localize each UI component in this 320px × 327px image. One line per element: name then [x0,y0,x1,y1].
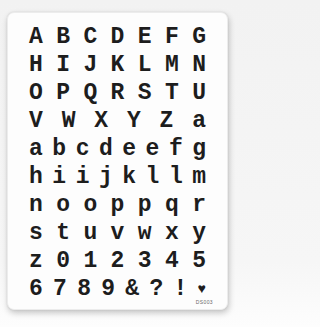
product-code: DS003 [196,299,213,305]
stamp-cell: z [29,247,43,275]
stamp-cell: q [165,191,179,219]
stamp-cell: y [192,219,206,247]
stamp-cell: W [62,107,76,135]
stamp-cell: M [165,51,179,79]
stamp-cell: S [138,79,152,107]
stamp-cell: d [99,135,113,163]
stamp-cell: t [56,219,70,247]
stamp-sheet: ABCDEFGHIJKLMNOPQRSTUVWXYZaabcdeefghiijk… [7,12,228,310]
stamp-grid: ABCDEFGHIJKLMNOPQRSTUVWXYZaabcdeefghiijk… [29,23,206,303]
stamp-row: hiijkllm [29,163,206,191]
stamp-cell: L [138,51,152,79]
stamp-row: HIJKLMN [29,51,206,79]
stamp-cell: s [29,219,43,247]
stamp-cell: v [111,219,125,247]
stamp-row: nooppqr [29,191,206,219]
stamp-cell: p [111,191,125,219]
stamp-cell: D [111,23,125,51]
stamp-cell: ? [149,275,163,303]
stamp-cell: K [111,51,125,79]
stamp-cell: o [56,191,70,219]
stamp-cell: 8 [77,275,91,303]
stamp-cell: u [83,219,97,247]
stamp-cell: h [29,163,43,191]
stamp-row: VWXYZa [29,107,206,135]
stamp-cell: E [138,23,152,51]
stamp-cell: a [29,135,43,163]
stamp-cell: Q [83,79,97,107]
stamp-cell: G [192,23,206,51]
stamp-cell: 7 [53,275,67,303]
stamp-row: stuvwxy [29,219,206,247]
stamp-cell: N [192,51,206,79]
stamp-cell: R [111,79,125,107]
stamp-cell: j [99,163,113,191]
stamp-row: abcdeefg [29,135,206,163]
stamp-cell: B [56,23,70,51]
stamp-cell: J [83,51,97,79]
stamp-cell: & [125,275,139,303]
stamp-cell: e [122,135,136,163]
stamp-cell: V [29,107,43,135]
stamp-cell: 6 [29,275,43,303]
stamp-cell: l [146,163,160,191]
stamp-cell: O [29,79,43,107]
stamp-cell: 9 [101,275,115,303]
stamp-cell: C [83,23,97,51]
stamp-cell: T [165,79,179,107]
stamp-cell: m [192,163,206,191]
stamp-row: 6789&?!♥ [29,275,206,303]
stamp-cell: P [56,79,70,107]
photo-background: ABCDEFGHIJKLMNOPQRSTUVWXYZaabcdeefghiijk… [0,0,235,327]
stamp-cell: i [76,163,90,191]
stamp-cell: x [165,219,179,247]
stamp-cell: c [76,135,90,163]
stamp-cell: 4 [165,247,179,275]
stamp-cell: F [165,23,179,51]
stamp-cell: b [52,135,66,163]
stamp-cell: w [138,219,152,247]
stamp-cell: 0 [56,247,70,275]
stamp-cell: n [29,191,43,219]
stamp-cell: A [29,23,43,51]
stamp-cell: 1 [83,247,97,275]
stamp-cell: 3 [138,247,152,275]
stamp-cell: k [122,163,136,191]
stamp-cell: 2 [111,247,125,275]
stamp-cell: r [192,191,206,219]
stamp-cell: X [94,107,108,135]
stamp-cell: l [169,163,183,191]
stamp-cell: I [56,51,70,79]
stamp-row: z012345 [29,247,206,275]
stamp-cell: g [192,135,206,163]
stamp-cell: p [138,191,152,219]
stamp-row: OPQRSTU [29,79,206,107]
stamp-cell: 5 [192,247,206,275]
stamp-cell: Y [127,107,141,135]
stamp-cell: a [192,107,206,135]
stamp-cell: ! [173,275,187,303]
stamp-row: ABCDEFG [29,23,206,51]
stamp-cell: H [29,51,43,79]
stamp-cell: f [169,135,183,163]
stamp-cell: e [146,135,160,163]
stamp-cell: U [192,79,206,107]
stamp-cell: i [52,163,66,191]
stamp-cell: Z [160,107,174,135]
stamp-cell: o [83,191,97,219]
